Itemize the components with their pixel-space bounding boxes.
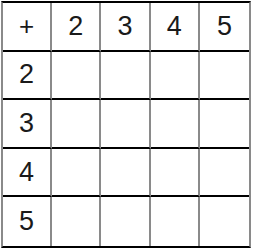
row-header-3: 3 <box>3 100 52 149</box>
answer-cell-r2c4[interactable] <box>200 100 249 149</box>
answer-cell-r1c1[interactable] <box>52 52 101 101</box>
col-header-4: 4 <box>151 3 200 52</box>
addition-table-grid: + 2 3 4 5 2 3 4 5 <box>1 1 251 248</box>
answer-cell-r3c3[interactable] <box>151 149 200 198</box>
answer-cell-r2c2[interactable] <box>101 100 150 149</box>
answer-cell-r4c1[interactable] <box>52 197 101 246</box>
col-header-3: 3 <box>101 3 150 52</box>
answer-cell-r3c4[interactable] <box>200 149 249 198</box>
answer-cell-r4c3[interactable] <box>151 197 200 246</box>
answer-cell-r4c4[interactable] <box>200 197 249 246</box>
row-header-5: 5 <box>3 197 52 246</box>
answer-cell-r4c2[interactable] <box>101 197 150 246</box>
operator-cell: + <box>3 3 52 52</box>
row-header-2: 2 <box>3 52 52 101</box>
answer-cell-r1c3[interactable] <box>151 52 200 101</box>
answer-cell-r1c2[interactable] <box>101 52 150 101</box>
row-header-4: 4 <box>3 149 52 198</box>
answer-cell-r1c4[interactable] <box>200 52 249 101</box>
answer-cell-r2c3[interactable] <box>151 100 200 149</box>
answer-cell-r3c2[interactable] <box>101 149 150 198</box>
col-header-2: 2 <box>52 3 101 52</box>
answer-cell-r3c1[interactable] <box>52 149 101 198</box>
col-header-5: 5 <box>200 3 249 52</box>
answer-cell-r2c1[interactable] <box>52 100 101 149</box>
